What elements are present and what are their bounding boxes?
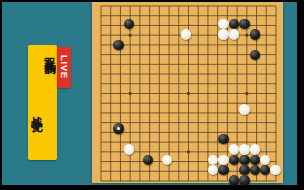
- live-badge-label: LIVE: [59, 55, 69, 79]
- stone-black: [218, 134, 228, 144]
- stone-black: [124, 19, 134, 29]
- stone-black: [239, 165, 249, 175]
- banner-title-line-2: 战斗变化: [30, 107, 43, 113]
- stone-black: [250, 50, 260, 60]
- stone-black: [260, 165, 270, 175]
- stone-white: [208, 165, 218, 175]
- stone-black: [250, 155, 260, 165]
- stone-white: [239, 144, 249, 154]
- stone-black: [250, 29, 260, 39]
- go-board: [92, 2, 283, 183]
- stone-black: [143, 155, 153, 165]
- stone-white: [250, 144, 260, 154]
- stone-black: [113, 123, 123, 133]
- stone-black: [229, 175, 239, 185]
- stone-white: [218, 19, 228, 29]
- stone-black: [239, 175, 249, 185]
- stone-black: [239, 19, 249, 29]
- stone-black: [218, 165, 228, 175]
- stone-layer: [96, 1, 281, 186]
- video-frame: 双飞燕粘的 战斗变化 LIVE: [0, 0, 304, 190]
- stone-white: [239, 104, 249, 114]
- stone-black: [229, 19, 239, 29]
- stone-white: [260, 155, 270, 165]
- stone-white: [218, 155, 228, 165]
- stone-black: [113, 40, 123, 50]
- stone-white: [270, 165, 280, 175]
- stone-white: [218, 29, 228, 39]
- stone-white: [124, 144, 134, 154]
- title-banner: [28, 45, 57, 160]
- stone-black: [229, 155, 239, 165]
- stone-black: [250, 165, 260, 175]
- stone-black: [239, 155, 249, 165]
- last-move-marker: [117, 127, 120, 130]
- stone-white: [229, 29, 239, 39]
- banner-title-line-1: 双飞燕粘的: [43, 48, 56, 56]
- stone-white: [162, 155, 172, 165]
- stone-white: [229, 144, 239, 154]
- stone-white: [208, 155, 218, 165]
- stone-white: [181, 29, 191, 39]
- live-badge: LIVE: [57, 47, 71, 88]
